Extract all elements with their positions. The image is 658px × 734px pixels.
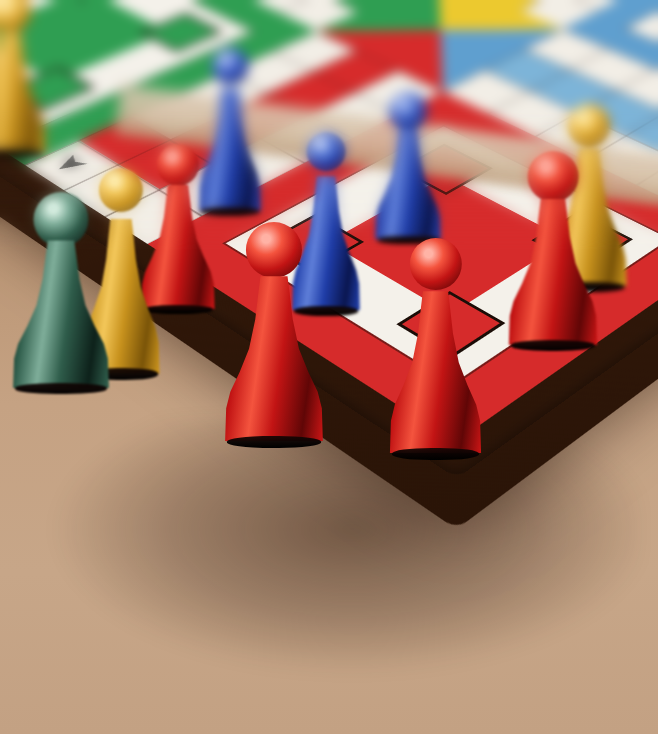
pawn-head [567,104,610,147]
pawn-head [157,144,199,186]
pawn-head [389,92,427,130]
pawn-green-track-left[interactable] [10,192,112,394]
pawn-red-track-right[interactable] [506,151,600,351]
pawn-body [222,276,326,441]
pawn-base-rim [0,149,44,158]
pawn-base-rim [392,448,479,460]
pawn-base-rim [227,436,321,448]
pawn-base-rim [511,340,596,351]
pawn-body [506,199,600,345]
ludo-photo-scene: ➤ ➤ [0,0,658,734]
pawn-head [33,192,88,247]
pawn-head [246,222,302,278]
pawn-body [0,32,48,153]
pawn-base-rim [15,383,107,394]
pawn-head [212,48,248,84]
pawn-body [387,291,484,453]
pawn-yellow-far-corner[interactable] [0,0,48,158]
pawn-head [0,0,31,32]
pawn-red-home-right[interactable] [387,238,484,460]
pawn-red-home-left[interactable] [222,222,326,448]
pawn-body [10,240,112,387]
pawn-head [528,151,579,202]
pawn-head [307,132,346,171]
pawn-blue-far-right[interactable] [373,92,443,244]
pawn-body [373,128,443,239]
pawn-head [409,238,461,290]
